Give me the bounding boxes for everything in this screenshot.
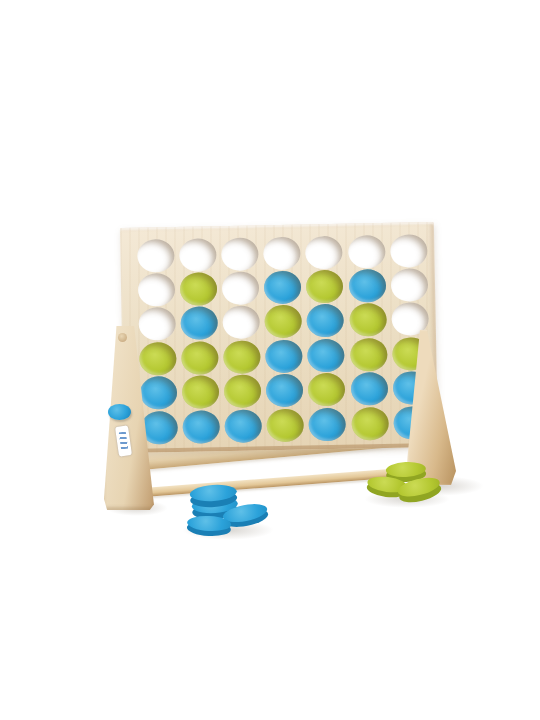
blue-disc	[309, 407, 347, 441]
blue-disc	[265, 339, 303, 373]
board-cell-r6c2	[180, 409, 223, 444]
board-cell-r5c1	[137, 375, 180, 410]
green-disc	[267, 408, 305, 442]
product-photo	[0, 0, 540, 720]
board-cell-r3c6	[346, 303, 389, 338]
blue-disc	[266, 374, 304, 408]
board-cell-r4c4	[263, 339, 306, 374]
board-cell-r4c1	[136, 341, 179, 376]
green-disc	[350, 338, 388, 372]
empty-hole	[348, 235, 386, 269]
connect-four-board	[120, 222, 438, 453]
brand-sticker	[115, 425, 132, 457]
green-disc	[349, 303, 387, 337]
empty-hole	[305, 235, 343, 269]
board-cell-r1c7	[387, 233, 430, 268]
board-cell-r1c4	[261, 236, 304, 271]
board-cell-r5c5	[305, 372, 348, 407]
board-cell-r2c7	[388, 267, 431, 302]
green-disc	[351, 407, 389, 441]
board-cell-r1c2	[176, 237, 219, 272]
board-cell-r5c3	[221, 374, 264, 409]
board-cell-r6c4	[264, 407, 307, 442]
board-cell-r4c3	[220, 339, 263, 374]
blue-disc	[139, 376, 177, 410]
empty-hole	[263, 236, 301, 270]
board-cell-r2c3	[219, 271, 262, 306]
green-disc	[139, 342, 177, 376]
empty-hole	[138, 307, 176, 341]
blue-disc	[180, 307, 218, 341]
empty-hole	[390, 234, 428, 268]
green-disc	[308, 373, 346, 407]
loose-blue-disc	[189, 483, 237, 508]
empty-hole	[222, 306, 260, 340]
board-cell-r4c5	[305, 338, 348, 373]
empty-hole	[390, 268, 428, 302]
pivot-bolt-icon	[118, 333, 127, 342]
board-cell-r5c2	[179, 375, 222, 410]
board-cell-r3c5	[304, 303, 347, 338]
board-cell-r3c1	[135, 307, 178, 342]
blue-disc	[350, 372, 388, 406]
board-grid	[134, 233, 433, 445]
green-disc	[223, 340, 261, 374]
empty-hole	[221, 237, 259, 271]
board-cell-r6c3	[222, 408, 265, 443]
board-cell-r3c3	[220, 305, 263, 340]
board-cell-r5c4	[263, 373, 306, 408]
blue-disc	[264, 271, 302, 305]
board-cell-r4c6	[347, 337, 390, 372]
board-cell-r5c6	[348, 371, 391, 406]
empty-hole	[137, 273, 175, 307]
board-cell-r1c6	[345, 234, 388, 269]
green-disc	[181, 341, 219, 375]
board-cell-r3c2	[178, 306, 221, 341]
green-disc	[265, 305, 303, 339]
empty-hole	[137, 239, 175, 273]
board-cell-r1c3	[218, 236, 261, 271]
board-cell-r2c2	[177, 272, 220, 307]
board-cell-r3c4	[262, 304, 305, 339]
green-disc	[182, 375, 220, 409]
blue-disc	[307, 339, 345, 373]
board-cell-r6c5	[306, 407, 349, 442]
loose-blue-disc	[187, 515, 232, 537]
board-cell-r2c5	[303, 269, 346, 304]
blue-knob	[108, 404, 131, 420]
board-cell-r2c4	[261, 270, 304, 305]
green-disc	[180, 272, 218, 306]
blue-disc	[182, 410, 220, 444]
board-cell-r2c1	[135, 272, 178, 307]
board-cell-r1c5	[303, 235, 346, 270]
board-cell-r2c6	[346, 268, 389, 303]
board-cell-r1c1	[134, 238, 177, 273]
board-cell-r4c2	[178, 340, 221, 375]
green-disc	[306, 270, 344, 304]
blue-disc	[224, 409, 262, 443]
green-disc	[224, 375, 262, 409]
empty-hole	[179, 238, 217, 272]
blue-disc	[348, 269, 386, 303]
board-cell-r6c6	[348, 406, 391, 441]
empty-hole	[222, 271, 260, 305]
blue-disc	[307, 304, 345, 338]
